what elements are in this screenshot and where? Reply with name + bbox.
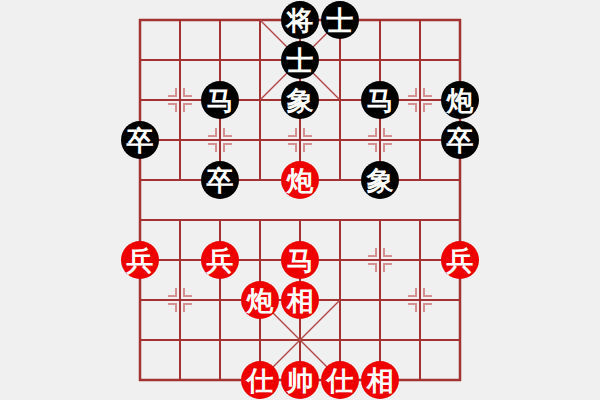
xiangqi-board[interactable]: 将士士马象马炮卒卒卒炮象兵兵马兵炮相仕帅仕相 [0, 0, 600, 400]
piece-layer: 将士士马象马炮卒卒卒炮象兵兵马兵炮相仕帅仕相 [120, 0, 480, 400]
red-soldier[interactable]: 兵 [201, 241, 239, 279]
black-elephant[interactable]: 象 [281, 81, 319, 119]
red-soldier[interactable]: 兵 [441, 241, 479, 279]
black-horse[interactable]: 马 [201, 81, 239, 119]
black-soldier[interactable]: 卒 [441, 121, 479, 159]
black-soldier[interactable]: 卒 [201, 161, 239, 199]
red-elephant[interactable]: 相 [281, 281, 319, 319]
black-advisor[interactable]: 士 [281, 41, 319, 79]
black-horse[interactable]: 马 [361, 81, 399, 119]
red-elephant[interactable]: 相 [361, 361, 399, 399]
black-advisor[interactable]: 士 [321, 1, 359, 39]
red-advisor[interactable]: 仕 [321, 361, 359, 399]
red-horse[interactable]: 马 [281, 241, 319, 279]
black-elephant[interactable]: 象 [361, 161, 399, 199]
red-general[interactable]: 帅 [281, 361, 319, 399]
red-cannon[interactable]: 炮 [241, 281, 279, 319]
black-soldier[interactable]: 卒 [121, 121, 159, 159]
red-cannon[interactable]: 炮 [281, 161, 319, 199]
red-soldier[interactable]: 兵 [121, 241, 159, 279]
red-advisor[interactable]: 仕 [241, 361, 279, 399]
black-cannon[interactable]: 炮 [441, 81, 479, 119]
black-general[interactable]: 将 [281, 1, 319, 39]
